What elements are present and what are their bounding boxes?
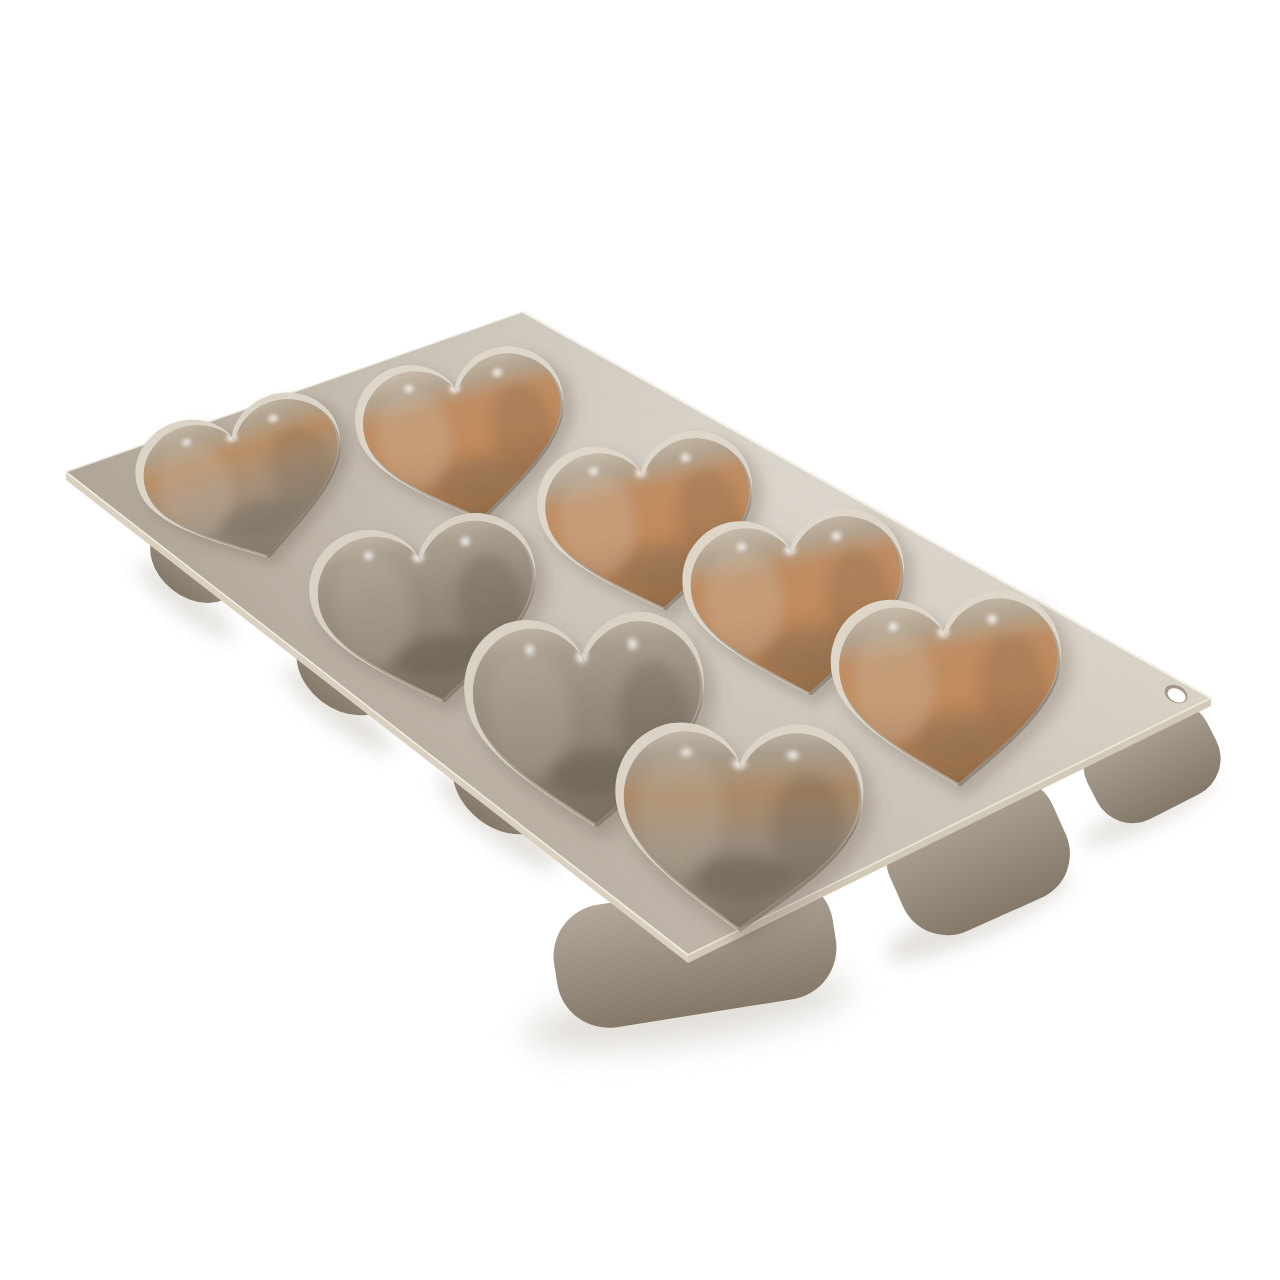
product-photo (0, 0, 1280, 1280)
photo-stage (0, 0, 1280, 1280)
